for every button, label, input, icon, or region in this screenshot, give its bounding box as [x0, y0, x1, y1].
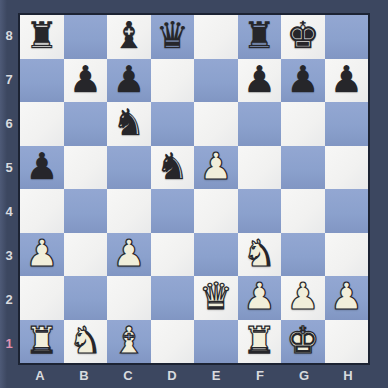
square-g5[interactable]	[281, 146, 325, 190]
square-h5[interactable]	[325, 146, 369, 190]
square-c8[interactable]: ♝	[107, 15, 151, 59]
white-pawn: ♟	[199, 148, 232, 185]
rank-labels: 87654321	[0, 13, 18, 365]
square-b3[interactable]	[64, 233, 108, 277]
square-a3[interactable]: ♟	[20, 233, 64, 277]
square-d2[interactable]	[151, 276, 195, 320]
white-knight: ♞	[69, 322, 102, 359]
square-d3[interactable]	[151, 233, 195, 277]
square-e8[interactable]	[194, 15, 238, 59]
square-e5[interactable]: ♟	[194, 146, 238, 190]
square-b6[interactable]	[64, 102, 108, 146]
white-rook: ♜	[243, 322, 276, 359]
square-h6[interactable]	[325, 102, 369, 146]
white-pawn: ♟	[286, 278, 319, 315]
black-pawn: ♟	[286, 61, 319, 98]
square-e6[interactable]	[194, 102, 238, 146]
square-f4[interactable]	[238, 189, 282, 233]
white-pawn: ♟	[330, 278, 363, 315]
square-a1[interactable]: ♜	[20, 320, 64, 364]
file-label-b: B	[62, 363, 106, 388]
white-pawn: ♟	[243, 278, 276, 315]
black-pawn: ♟	[69, 61, 102, 98]
square-c7[interactable]: ♟	[107, 59, 151, 103]
rank-label-5: 5	[0, 145, 18, 189]
black-rook: ♜	[243, 17, 276, 54]
square-g1[interactable]: ♚	[281, 320, 325, 364]
white-knight: ♞	[243, 235, 276, 272]
square-d8[interactable]: ♛	[151, 15, 195, 59]
square-h8[interactable]	[325, 15, 369, 59]
square-g8[interactable]: ♚	[281, 15, 325, 59]
black-knight: ♞	[112, 104, 145, 141]
square-b2[interactable]	[64, 276, 108, 320]
square-b7[interactable]: ♟	[64, 59, 108, 103]
square-a6[interactable]	[20, 102, 64, 146]
file-label-e: E	[194, 363, 238, 388]
square-f8[interactable]: ♜	[238, 15, 282, 59]
square-c5[interactable]	[107, 146, 151, 190]
white-pawn: ♟	[112, 235, 145, 272]
square-e2[interactable]: ♛	[194, 276, 238, 320]
square-d6[interactable]	[151, 102, 195, 146]
square-g3[interactable]	[281, 233, 325, 277]
square-c4[interactable]	[107, 189, 151, 233]
square-a5[interactable]: ♟	[20, 146, 64, 190]
square-e7[interactable]	[194, 59, 238, 103]
square-f5[interactable]	[238, 146, 282, 190]
square-a8[interactable]: ♜	[20, 15, 64, 59]
square-b5[interactable]	[64, 146, 108, 190]
square-h3[interactable]	[325, 233, 369, 277]
chess-board: ♜♝♛♜♚♟♟♟♟♟♞♟♞♟♟♟♞♛♟♟♟♜♞♝♜♚	[18, 13, 370, 365]
black-knight: ♞	[156, 148, 189, 185]
file-label-d: D	[150, 363, 194, 388]
square-a4[interactable]	[20, 189, 64, 233]
square-c2[interactable]	[107, 276, 151, 320]
white-queen: ♛	[199, 278, 232, 315]
square-h4[interactable]	[325, 189, 369, 233]
square-d4[interactable]	[151, 189, 195, 233]
file-label-a: A	[18, 363, 62, 388]
black-pawn: ♟	[243, 61, 276, 98]
square-d7[interactable]	[151, 59, 195, 103]
square-c1[interactable]: ♝	[107, 320, 151, 364]
file-labels: ABCDEFGH	[18, 363, 370, 388]
square-a7[interactable]	[20, 59, 64, 103]
rank-label-7: 7	[0, 57, 18, 101]
white-pawn: ♟	[25, 235, 58, 272]
square-b8[interactable]	[64, 15, 108, 59]
white-bishop: ♝	[112, 322, 145, 359]
square-g2[interactable]: ♟	[281, 276, 325, 320]
square-e4[interactable]	[194, 189, 238, 233]
black-pawn: ♟	[25, 148, 58, 185]
file-label-f: F	[238, 363, 282, 388]
diagram-frame: 87654321 ♜♝♛♜♚♟♟♟♟♟♞♟♞♟♟♟♞♛♟♟♟♜♞♝♜♚ ABCD…	[0, 0, 388, 388]
rank-label-6: 6	[0, 101, 18, 145]
square-a2[interactable]	[20, 276, 64, 320]
rank-label-8: 8	[0, 13, 18, 57]
rank-label-3: 3	[0, 233, 18, 277]
square-f7[interactable]: ♟	[238, 59, 282, 103]
file-label-g: G	[282, 363, 326, 388]
square-e3[interactable]	[194, 233, 238, 277]
black-king: ♚	[286, 17, 319, 54]
square-b1[interactable]: ♞	[64, 320, 108, 364]
square-h7[interactable]: ♟	[325, 59, 369, 103]
square-c3[interactable]: ♟	[107, 233, 151, 277]
square-c6[interactable]: ♞	[107, 102, 151, 146]
black-bishop: ♝	[112, 17, 145, 54]
square-b4[interactable]	[64, 189, 108, 233]
square-h2[interactable]: ♟	[325, 276, 369, 320]
rank-label-4: 4	[0, 189, 18, 233]
square-h1[interactable]	[325, 320, 369, 364]
square-f1[interactable]: ♜	[238, 320, 282, 364]
square-g4[interactable]	[281, 189, 325, 233]
square-g7[interactable]: ♟	[281, 59, 325, 103]
square-f3[interactable]: ♞	[238, 233, 282, 277]
file-label-c: C	[106, 363, 150, 388]
rank-label-2: 2	[0, 277, 18, 321]
square-d5[interactable]: ♞	[151, 146, 195, 190]
square-f2[interactable]: ♟	[238, 276, 282, 320]
square-d1[interactable]	[151, 320, 195, 364]
file-label-h: H	[326, 363, 370, 388]
rank-label-1: 1	[0, 321, 18, 365]
black-rook: ♜	[25, 17, 58, 54]
white-king: ♚	[286, 322, 319, 359]
square-g6[interactable]	[281, 102, 325, 146]
white-rook: ♜	[25, 322, 58, 359]
square-e1[interactable]	[194, 320, 238, 364]
black-pawn: ♟	[330, 61, 363, 98]
black-queen: ♛	[156, 17, 189, 54]
square-f6[interactable]	[238, 102, 282, 146]
black-pawn: ♟	[112, 61, 145, 98]
